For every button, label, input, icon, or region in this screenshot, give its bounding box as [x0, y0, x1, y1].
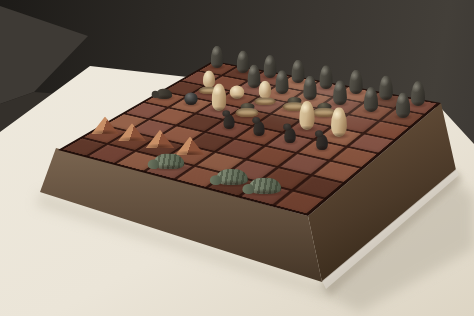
pieces-layer	[0, 0, 474, 316]
piece-cone-dark-h8	[411, 81, 425, 106]
piece-cone-dark-e7	[304, 75, 318, 99]
piece-cone-dark-d7	[275, 70, 288, 94]
piece-cone-dark-d8	[291, 60, 304, 83]
piece-figurine-dark-g4	[316, 135, 328, 150]
piece-cone-dark-e8	[320, 65, 333, 89]
egg	[258, 81, 271, 99]
piece-pyramid-tan-d2	[175, 137, 204, 155]
piece-pyramid-tan-b2	[118, 123, 146, 141]
piece-egg-tall-c5	[211, 83, 226, 111]
piece-cone-dark-f8	[349, 70, 363, 94]
piece-sphere-black-b5	[184, 92, 198, 105]
piece-cone-dark-g8	[379, 75, 393, 100]
piece-pyramid-tan-a2	[91, 117, 118, 135]
piece-cone-dark-h7	[396, 92, 410, 118]
piece-egg-tall-g5	[331, 107, 347, 137]
piece-animal-green-d1	[153, 154, 184, 169]
piece-cone-dark-a8	[211, 46, 224, 68]
piece-cone-dark-g7	[364, 86, 378, 111]
piece-figurine-dark-d4	[223, 115, 234, 129]
piece-sphere-light-c6	[229, 86, 244, 100]
piece-animal-dark-a5	[156, 89, 172, 99]
piece-pyramid-tan-c2	[146, 130, 174, 148]
piece-cone-dark-b8	[237, 50, 250, 73]
piece-egg-on-disc-d6	[254, 81, 275, 105]
piece-animal-green-g1	[249, 178, 282, 194]
piece-cone-dark-c8	[264, 55, 277, 78]
piece-animal-green-f1	[216, 169, 248, 185]
piece-figurine-dark-e4	[253, 121, 264, 136]
museum-board-photo	[0, 0, 474, 316]
piece-figurine-dark-f4	[284, 128, 295, 143]
piece-disc-knob-d5	[236, 103, 259, 117]
disc-base	[236, 108, 259, 117]
egg	[203, 70, 215, 87]
